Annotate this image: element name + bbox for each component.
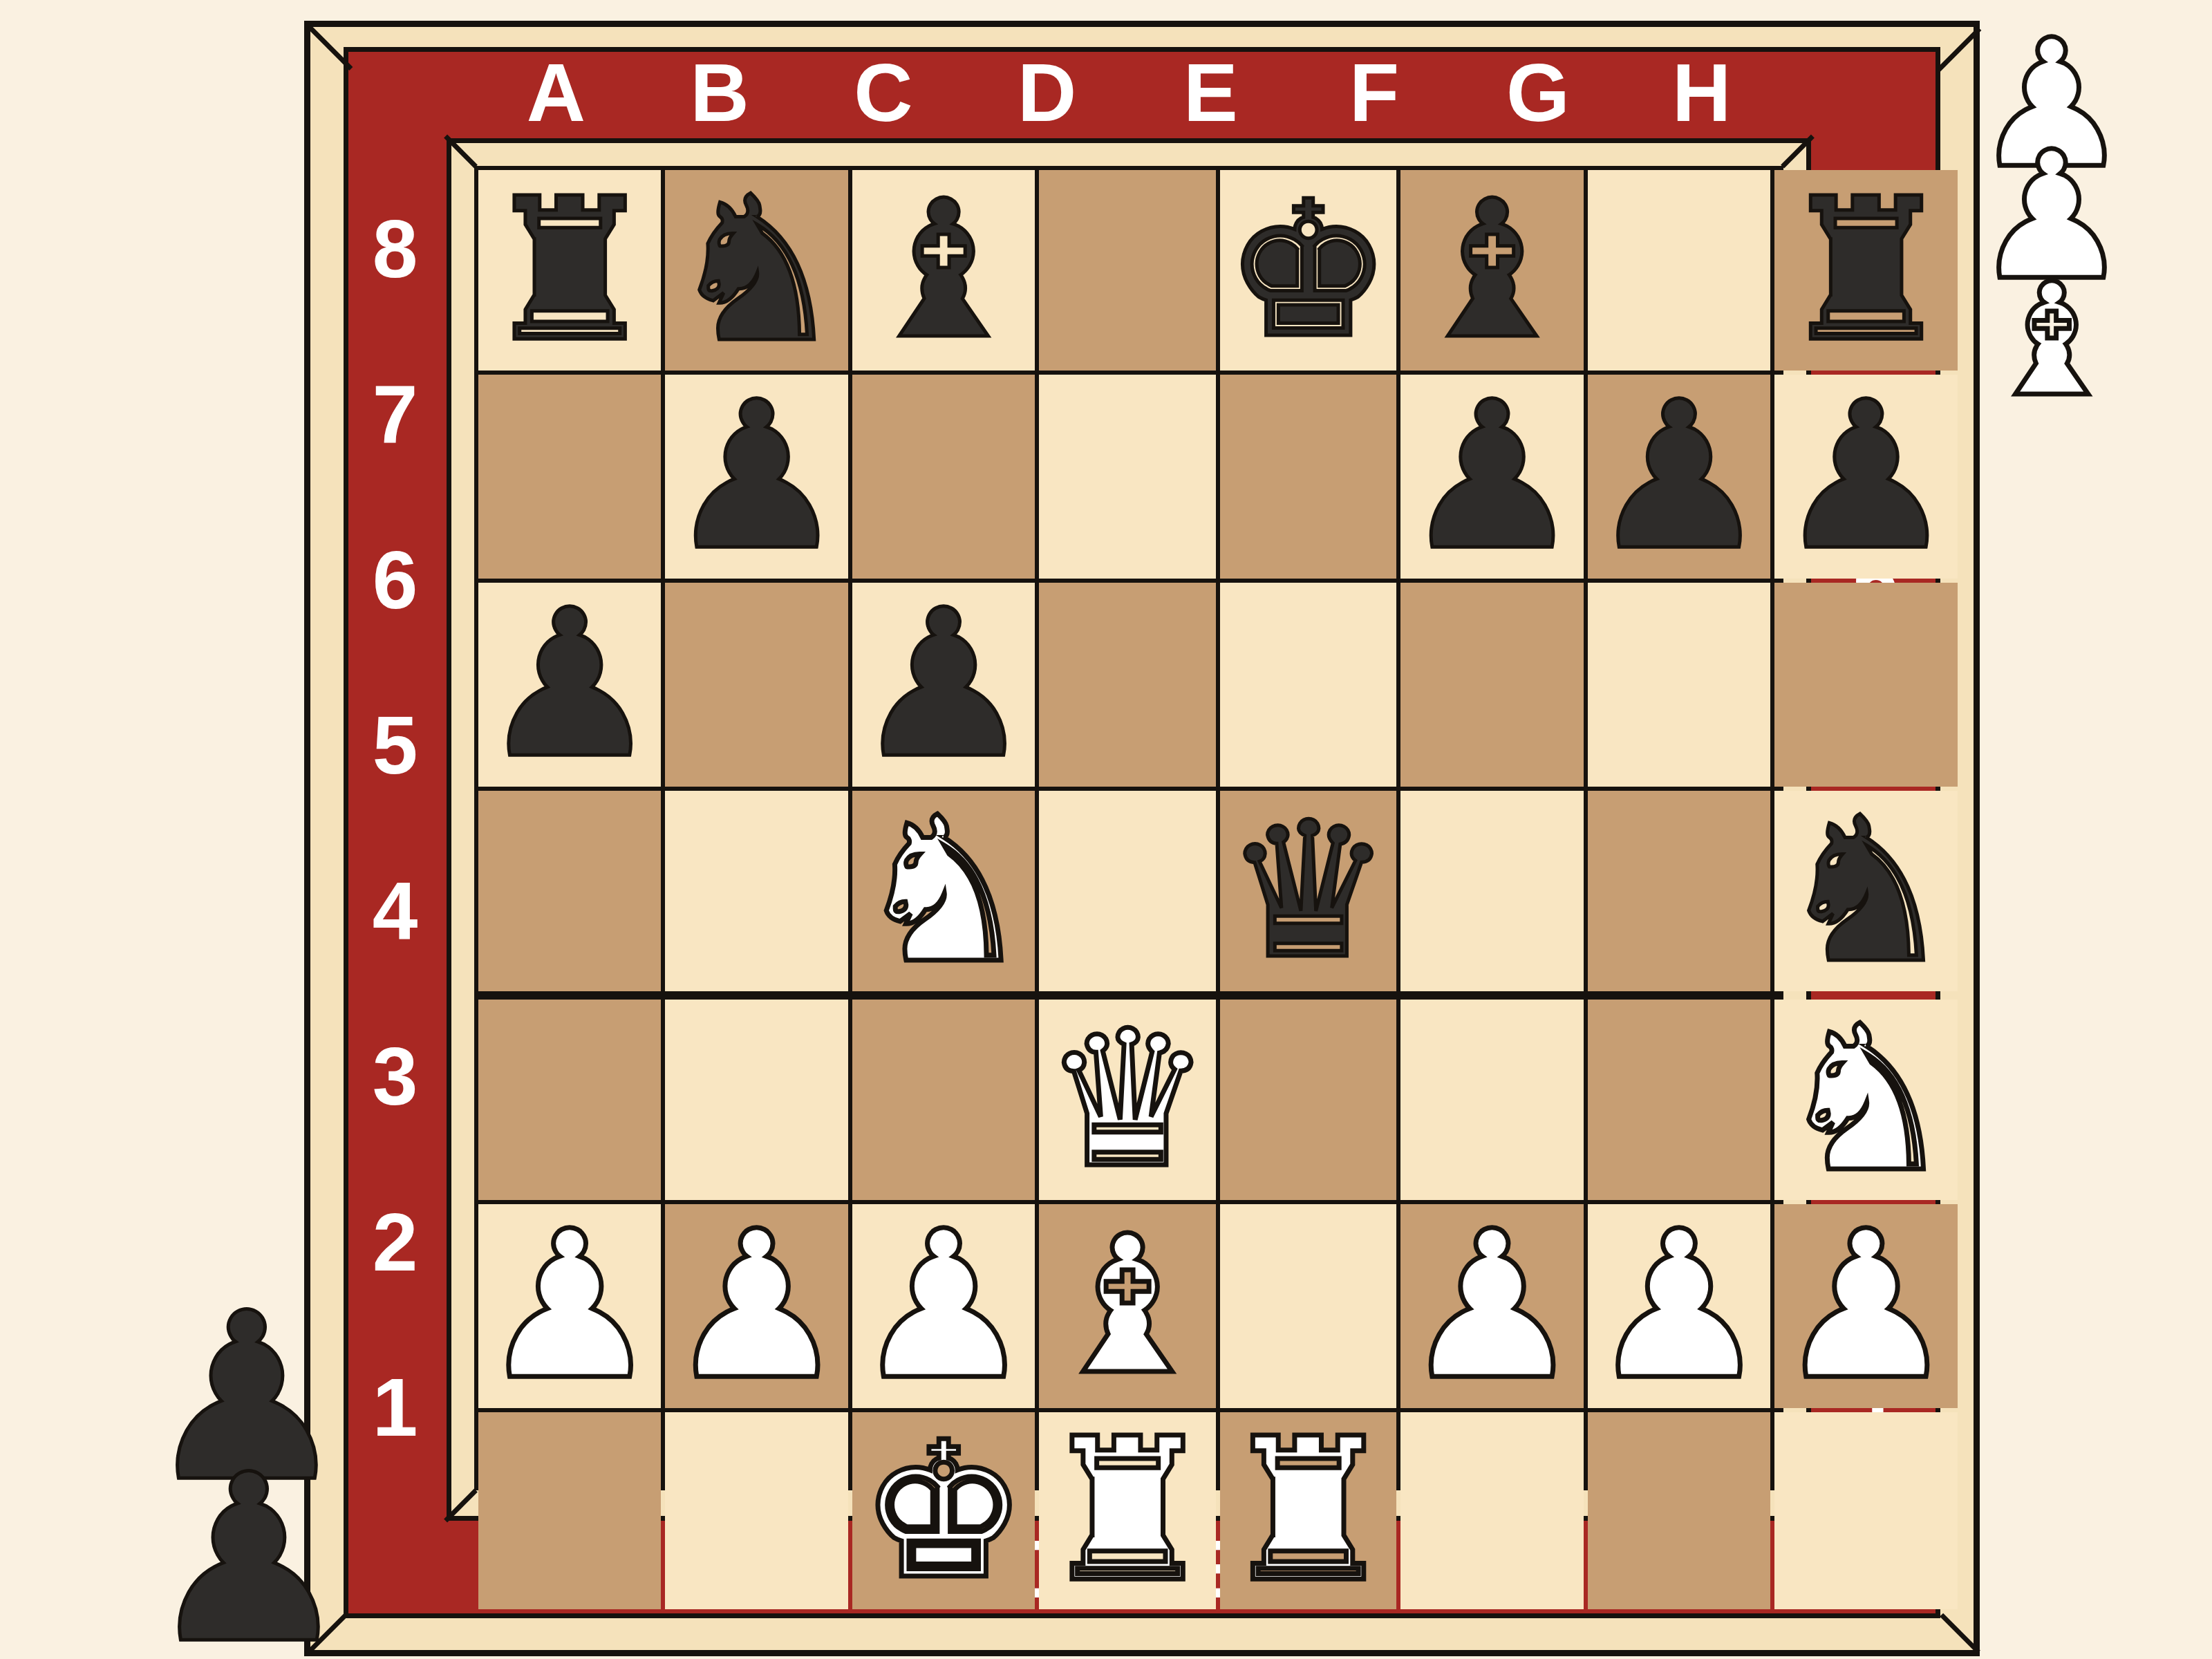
square-a3[interactable] — [478, 1000, 661, 1200]
square-a8[interactable]: ♜ — [478, 170, 661, 371]
file-labels-top-c: C — [802, 47, 966, 138]
square-c8[interactable]: ♝ — [852, 170, 1035, 371]
rank-labels-left-6: 6 — [344, 497, 447, 663]
square-c1[interactable]: ♚ — [852, 1412, 1035, 1609]
piece-black-pawn-h7[interactable]: ♟ — [1774, 375, 1957, 579]
rank-labels-left-8: 8 — [344, 166, 447, 332]
piece-white-rook-d1[interactable]: ♜ — [1039, 1412, 1216, 1609]
rank-labels-left-3: 3 — [344, 994, 447, 1160]
square-e3[interactable] — [1220, 1000, 1397, 1200]
square-e7[interactable] — [1220, 375, 1397, 579]
file-labels-top-g: G — [1456, 47, 1620, 138]
captured-white-bishop: ♝ — [1976, 264, 2128, 416]
piece-black-pawn-b7[interactable]: ♟ — [665, 375, 847, 579]
square-h8[interactable]: ♜ — [1774, 170, 1957, 371]
square-f6[interactable] — [1400, 583, 1583, 787]
square-a2[interactable]: ♟ — [478, 1204, 661, 1408]
rank-labels-left-5: 5 — [344, 663, 447, 829]
piece-black-pawn-g7[interactable]: ♟ — [1588, 375, 1770, 579]
square-h2[interactable]: ♟ — [1774, 1204, 1957, 1408]
piece-black-knight-h5[interactable]: ♞ — [1777, 791, 1956, 991]
piece-black-bishop-c8[interactable]: ♝ — [859, 176, 1029, 366]
square-h5[interactable]: ♞ — [1774, 791, 1957, 991]
square-f3[interactable] — [1400, 1000, 1583, 1200]
illustration-canvas: { "game": "chess", "style": "hand-drawn … — [0, 0, 2212, 1659]
piece-white-pawn-a2[interactable]: ♟ — [478, 1204, 661, 1408]
square-c3[interactable] — [852, 1000, 1035, 1200]
white-bishop-icon: ♝ — [1982, 263, 2121, 418]
square-b8[interactable]: ♞ — [665, 170, 847, 371]
piece-white-knight-h3[interactable]: ♞ — [1777, 1000, 1956, 1200]
square-g3[interactable] — [1588, 1000, 1770, 1200]
square-f2[interactable]: ♟ — [1400, 1204, 1583, 1408]
piece-black-pawn-f7[interactable]: ♟ — [1400, 375, 1583, 579]
file-labels-top-b: B — [638, 47, 802, 138]
square-e1[interactable]: ♜ — [1220, 1412, 1397, 1609]
square-a6[interactable]: ♟ — [478, 583, 661, 787]
black-pawn-icon: ♟ — [145, 1444, 353, 1659]
file-labels-top-f: F — [1293, 47, 1456, 138]
square-c6[interactable]: ♟ — [852, 583, 1035, 787]
piece-black-pawn-a6[interactable]: ♟ — [478, 583, 661, 787]
square-g6[interactable] — [1588, 583, 1770, 787]
square-a1[interactable] — [478, 1412, 661, 1609]
square-h3[interactable]: ♞ — [1774, 1000, 1957, 1200]
captured-black-pawn: ♟ — [173, 1483, 325, 1635]
square-d7[interactable] — [1039, 375, 1216, 579]
square-h7[interactable]: ♟ — [1774, 375, 1957, 579]
piece-white-pawn-f2[interactable]: ♟ — [1400, 1204, 1583, 1408]
square-a5[interactable] — [478, 791, 661, 991]
square-g2[interactable]: ♟ — [1588, 1204, 1770, 1408]
rank-labels-left: 87654321 — [344, 166, 447, 1490]
square-g8[interactable] — [1588, 170, 1770, 371]
piece-white-bishop-d2[interactable]: ♝ — [1042, 1211, 1213, 1401]
square-g5[interactable] — [1588, 791, 1770, 991]
square-d6[interactable] — [1039, 583, 1216, 787]
square-f5[interactable] — [1400, 791, 1583, 991]
square-d8[interactable] — [1039, 170, 1216, 371]
file-labels-top: ABCDEFGH — [474, 47, 1783, 138]
rank-labels-left-7: 7 — [344, 332, 447, 498]
piece-black-queen-e5[interactable]: ♛ — [1224, 797, 1393, 985]
square-c2[interactable]: ♟ — [852, 1204, 1035, 1408]
square-f8[interactable]: ♝ — [1400, 170, 1583, 371]
square-b6[interactable] — [665, 583, 847, 787]
square-d5[interactable] — [1039, 791, 1216, 991]
square-b1[interactable] — [665, 1412, 847, 1609]
square-d1[interactable]: ♜ — [1039, 1412, 1216, 1609]
square-g7[interactable]: ♟ — [1588, 375, 1770, 579]
file-labels-top-d: D — [965, 47, 1129, 138]
square-h6[interactable] — [1774, 583, 1957, 787]
piece-black-king-e8[interactable]: ♚ — [1224, 176, 1393, 364]
piece-black-pawn-c6[interactable]: ♟ — [852, 583, 1035, 787]
square-f7[interactable]: ♟ — [1400, 375, 1583, 579]
square-e6[interactable] — [1220, 583, 1397, 787]
board: ♜♞♝♚♝♜♟♟♟♟♟♟♞♛♞♛♞♟♟♟♝♟♟♟♚♜♜ — [474, 166, 1783, 1490]
file-labels-top-a: A — [474, 47, 638, 138]
piece-black-rook-h8[interactable]: ♜ — [1778, 172, 1955, 369]
piece-white-king-c1[interactable]: ♚ — [859, 1417, 1028, 1605]
square-c5[interactable]: ♞ — [852, 791, 1035, 991]
piece-white-pawn-c2[interactable]: ♟ — [852, 1204, 1035, 1408]
file-labels-top-h: H — [1620, 47, 1783, 138]
square-b2[interactable]: ♟ — [665, 1204, 847, 1408]
rank-labels-left-2: 2 — [344, 1159, 447, 1325]
square-e8[interactable]: ♚ — [1220, 170, 1397, 371]
square-h1[interactable] — [1774, 1412, 1957, 1609]
square-e5[interactable]: ♛ — [1220, 791, 1397, 991]
square-b3[interactable] — [665, 1000, 847, 1200]
rank-labels-left-1: 1 — [344, 1325, 447, 1491]
square-d2[interactable]: ♝ — [1039, 1204, 1216, 1408]
square-d3[interactable]: ♛ — [1039, 1000, 1216, 1200]
piece-white-pawn-h2[interactable]: ♟ — [1774, 1204, 1957, 1408]
square-f1[interactable] — [1400, 1412, 1583, 1609]
piece-white-pawn-g2[interactable]: ♟ — [1588, 1204, 1770, 1408]
piece-black-knight-b8[interactable]: ♞ — [667, 170, 847, 371]
piece-white-pawn-b2[interactable]: ♟ — [665, 1204, 847, 1408]
square-e2[interactable] — [1220, 1204, 1397, 1408]
square-a7[interactable] — [478, 375, 661, 579]
square-b5[interactable] — [665, 791, 847, 991]
piece-white-queen-d3[interactable]: ♛ — [1043, 1006, 1212, 1194]
piece-black-rook-a8[interactable]: ♜ — [481, 172, 658, 369]
square-b7[interactable]: ♟ — [665, 375, 847, 579]
file-labels-top-e: E — [1129, 47, 1293, 138]
piece-white-knight-c5[interactable]: ♞ — [854, 791, 1033, 991]
square-c7[interactable] — [852, 375, 1035, 579]
piece-black-bishop-f8[interactable]: ♝ — [1407, 176, 1577, 366]
square-g1[interactable] — [1588, 1412, 1770, 1609]
rank-labels-left-4: 4 — [344, 828, 447, 994]
piece-white-rook-e1[interactable]: ♜ — [1220, 1412, 1397, 1609]
